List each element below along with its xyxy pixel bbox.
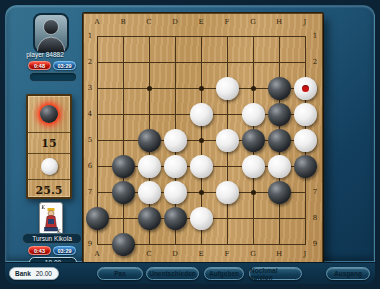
board-point-J1[interactable] xyxy=(292,23,318,49)
white-stone-E6 xyxy=(190,155,213,178)
board-point-H2[interactable] xyxy=(266,49,292,75)
board-point-D9[interactable] xyxy=(162,231,188,257)
bottom-player-clocks: 0:43 03:29 xyxy=(28,246,76,255)
black-stone-J6 xyxy=(294,155,317,178)
board-point-H6[interactable] xyxy=(266,153,292,179)
go-board[interactable]: ABCDEFGHJ ABCDEFGHJ 123456789 123456789 xyxy=(83,13,323,265)
board-point-G9[interactable] xyxy=(240,231,266,257)
board-point-E2[interactable] xyxy=(188,49,214,75)
board-point-J6[interactable] xyxy=(292,153,318,179)
black-stone-A8 xyxy=(86,207,109,230)
white-stone-H6 xyxy=(268,155,291,178)
board-point-A1[interactable] xyxy=(84,23,110,49)
black-stone-C5 xyxy=(138,129,161,152)
board-point-H3[interactable] xyxy=(266,75,292,101)
board-point-B8[interactable] xyxy=(110,205,136,231)
game-window: player 84882 0:48 03:29 15 25.5 K K xyxy=(5,5,375,262)
hoshi-point xyxy=(199,86,204,91)
draw-button[interactable]: Unentschieden xyxy=(146,267,199,280)
black-score: 15 xyxy=(28,132,70,153)
board-point-G6[interactable] xyxy=(240,153,266,179)
board-point-H8[interactable] xyxy=(266,205,292,231)
hoshi-point xyxy=(251,86,256,91)
white-stone-E8 xyxy=(190,207,213,230)
black-stone-B9 xyxy=(112,233,135,256)
white-stone-indicator xyxy=(28,153,70,179)
board-point-B5[interactable] xyxy=(110,127,136,153)
white-stone-D6 xyxy=(164,155,187,178)
board-point-E4[interactable] xyxy=(188,101,214,127)
board-point-E3[interactable] xyxy=(188,75,214,101)
board-point-J7[interactable] xyxy=(292,179,318,205)
board-point-G4[interactable] xyxy=(240,101,266,127)
top-player-time-blue: 03:29 xyxy=(53,61,76,70)
board-point-G3[interactable] xyxy=(240,75,266,101)
board-point-D5[interactable] xyxy=(162,127,188,153)
playing-card-king-icon: K K xyxy=(39,202,63,235)
black-stone-B7 xyxy=(112,181,135,204)
board-point-C7[interactable] xyxy=(136,179,162,205)
white-stone-icon xyxy=(41,158,58,175)
board-point-F5[interactable] xyxy=(214,127,240,153)
board-point-G8[interactable] xyxy=(240,205,266,231)
black-stone-H7 xyxy=(268,181,291,204)
svg-text:K: K xyxy=(41,204,45,210)
board-point-J2[interactable] xyxy=(292,49,318,75)
board-point-J5[interactable] xyxy=(292,127,318,153)
board-point-A7[interactable] xyxy=(84,179,110,205)
board-point-C3[interactable] xyxy=(136,75,162,101)
white-stone-E4 xyxy=(190,103,213,126)
board-point-A3[interactable] xyxy=(84,75,110,101)
board-point-B3[interactable] xyxy=(110,75,136,101)
white-stone-C6 xyxy=(138,155,161,178)
bottom-player-time-blue: 03:29 xyxy=(53,246,76,255)
top-player-stake-field xyxy=(29,72,77,82)
board-point-D7[interactable] xyxy=(162,179,188,205)
board-point-H4[interactable] xyxy=(266,101,292,127)
white-stone-J5 xyxy=(294,129,317,152)
board-point-F7[interactable] xyxy=(214,179,240,205)
top-player-time-red: 0:48 xyxy=(28,61,51,70)
capture-panel: 15 25.5 xyxy=(26,94,72,199)
board-point-G7[interactable] xyxy=(240,179,266,205)
board-point-H9[interactable] xyxy=(266,231,292,257)
board-point-B1[interactable] xyxy=(110,23,136,49)
board-point-B6[interactable] xyxy=(110,153,136,179)
board-point-C4[interactable] xyxy=(136,101,162,127)
board-point-H7[interactable] xyxy=(266,179,292,205)
board-point-C1[interactable] xyxy=(136,23,162,49)
white-stone-F7 xyxy=(216,181,239,204)
board-stones xyxy=(84,23,318,257)
exit-button[interactable]: Ausgang xyxy=(326,267,370,280)
board-point-D8[interactable] xyxy=(162,205,188,231)
top-player-clocks: 0:48 03:29 xyxy=(28,61,76,70)
board-point-E6[interactable] xyxy=(188,153,214,179)
board-point-D2[interactable] xyxy=(162,49,188,75)
black-stone-H4 xyxy=(268,103,291,126)
board-point-A6[interactable] xyxy=(84,153,110,179)
board-point-E8[interactable] xyxy=(188,205,214,231)
board-point-D1[interactable] xyxy=(162,23,188,49)
board-point-F9[interactable] xyxy=(214,231,240,257)
board-point-C8[interactable] xyxy=(136,205,162,231)
resign-button[interactable]: Aufgeben xyxy=(204,267,244,280)
board-point-A4[interactable] xyxy=(84,101,110,127)
hoshi-point xyxy=(199,190,204,195)
black-stone-D8 xyxy=(164,207,187,230)
bottom-player-name: Tursun Kikola xyxy=(32,235,72,242)
white-stone-F3 xyxy=(216,77,239,100)
bank-value: 20.00 xyxy=(36,270,58,277)
board-point-A8[interactable] xyxy=(84,205,110,231)
board-point-J8[interactable] xyxy=(292,205,318,231)
board-point-E5[interactable] xyxy=(188,127,214,153)
board-point-J9[interactable] xyxy=(292,231,318,257)
board-point-C2[interactable] xyxy=(136,49,162,75)
top-player-avatar xyxy=(33,13,69,53)
board-point-F6[interactable] xyxy=(214,153,240,179)
white-stone-G6 xyxy=(242,155,265,178)
rematch-button[interactable]: Nochmal spielen xyxy=(249,267,302,280)
board-point-F3[interactable] xyxy=(214,75,240,101)
white-stone-C7 xyxy=(138,181,161,204)
board-point-D6[interactable] xyxy=(162,153,188,179)
board-point-B9[interactable] xyxy=(110,231,136,257)
board-point-F2[interactable] xyxy=(214,49,240,75)
board-point-A5[interactable] xyxy=(84,127,110,153)
bottom-player-time-red: 0:43 xyxy=(28,246,51,255)
board-point-D3[interactable] xyxy=(162,75,188,101)
board-point-H5[interactable] xyxy=(266,127,292,153)
board-point-B4[interactable] xyxy=(110,101,136,127)
board-point-C6[interactable] xyxy=(136,153,162,179)
black-stone-H5 xyxy=(268,129,291,152)
white-score: 25.5 xyxy=(28,179,70,200)
board-point-B7[interactable] xyxy=(110,179,136,205)
white-stone-D7 xyxy=(164,181,187,204)
hoshi-point xyxy=(199,138,204,143)
white-stone-J3 xyxy=(294,77,317,100)
sidebar: player 84882 0:48 03:29 15 25.5 K K xyxy=(6,6,84,263)
board-point-F1[interactable] xyxy=(214,23,240,49)
black-stone-indicator xyxy=(28,96,70,132)
bottom-player-name-pill: Tursun Kikola xyxy=(22,233,82,244)
board-point-F8[interactable] xyxy=(214,205,240,231)
board-point-E7[interactable] xyxy=(188,179,214,205)
bank-display: Bank 20.00 xyxy=(9,267,59,280)
top-player-name: player 84882 xyxy=(7,51,83,58)
black-stone-C8 xyxy=(138,207,161,230)
black-stone-G5 xyxy=(242,129,265,152)
black-stone-icon xyxy=(40,105,58,123)
pass-button[interactable]: Pas xyxy=(97,267,143,280)
black-stone-H3 xyxy=(268,77,291,100)
board-point-F4[interactable] xyxy=(214,101,240,127)
black-stone-B6 xyxy=(112,155,135,178)
board-point-G1[interactable] xyxy=(240,23,266,49)
board-point-G2[interactable] xyxy=(240,49,266,75)
board-point-E9[interactable] xyxy=(188,231,214,257)
board-point-B2[interactable] xyxy=(110,49,136,75)
board-point-A9[interactable] xyxy=(84,231,110,257)
board-point-J4[interactable] xyxy=(292,101,318,127)
board-point-J3[interactable] xyxy=(292,75,318,101)
white-stone-F5 xyxy=(216,129,239,152)
board-point-A2[interactable] xyxy=(84,49,110,75)
board-point-H1[interactable] xyxy=(266,23,292,49)
board-point-C9[interactable] xyxy=(136,231,162,257)
white-stone-G4 xyxy=(242,103,265,126)
board-point-C5[interactable] xyxy=(136,127,162,153)
bottom-toolbar: Bank 20.00 Pas Unentschieden Aufgeben No… xyxy=(5,262,375,284)
board-point-D4[interactable] xyxy=(162,101,188,127)
bank-label: Bank xyxy=(10,270,31,277)
white-stone-D5 xyxy=(164,129,187,152)
hoshi-point xyxy=(147,86,152,91)
bottom-player-avatar: K K xyxy=(39,202,63,235)
white-stone-J4 xyxy=(294,103,317,126)
board-point-G5[interactable] xyxy=(240,127,266,153)
board-point-E1[interactable] xyxy=(188,23,214,49)
hoshi-point xyxy=(251,190,256,195)
person-silhouette-icon xyxy=(33,13,69,53)
